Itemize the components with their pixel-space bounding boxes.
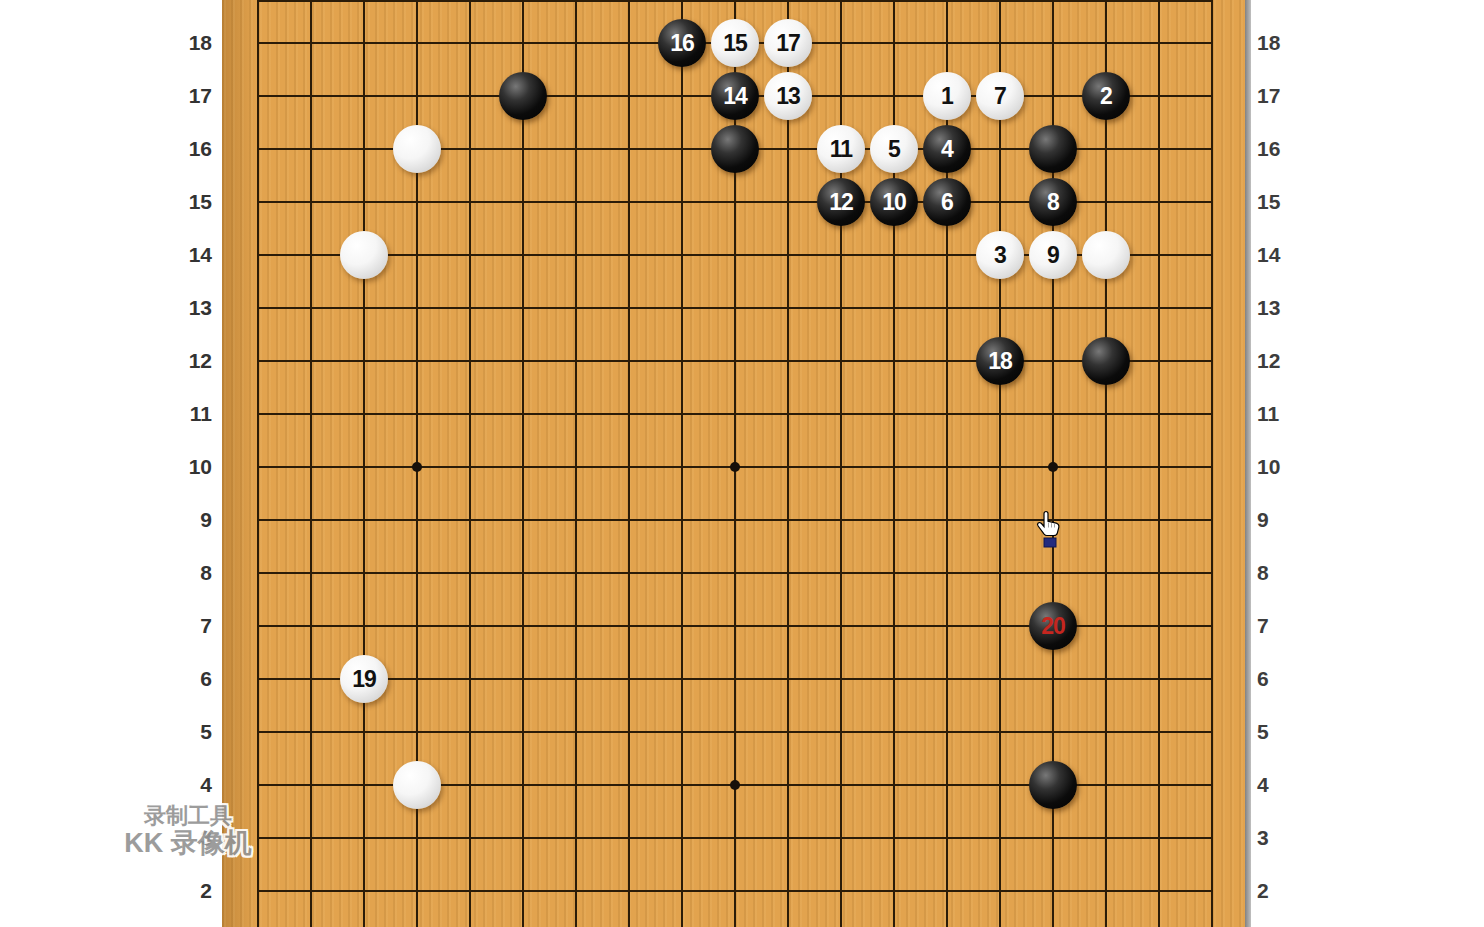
- grid-line-v-8: [628, 0, 630, 927]
- row-label-left-13: 13: [0, 295, 212, 321]
- grid-line-v-6: [522, 0, 524, 927]
- move-number: 4: [941, 136, 953, 163]
- stone-black-c17-r17-move-2[interactable]: 2: [1082, 72, 1130, 120]
- move-number: 14: [723, 83, 747, 110]
- stone-white-c14-r17-move-1[interactable]: 1: [923, 72, 971, 120]
- move-number: 1: [941, 83, 953, 110]
- stone-white-c15-r14-move-3[interactable]: 3: [976, 231, 1024, 279]
- move-number: 8: [1047, 189, 1059, 216]
- grid-line-v-1: [257, 0, 259, 927]
- grid-line-v-5: [469, 0, 471, 927]
- grid-line-v-2: [310, 0, 312, 927]
- watermark-line1: 录制工具: [108, 803, 268, 828]
- hand-cursor-icon: [1036, 509, 1063, 556]
- row-label-right-10: 10: [1257, 454, 1317, 480]
- row-label-left-17: 17: [0, 83, 212, 109]
- row-label-left-16: 16: [0, 136, 212, 162]
- stone-black-c6-r17[interactable]: [499, 72, 547, 120]
- stone-black-c16-r15-move-8[interactable]: 8: [1029, 178, 1077, 226]
- row-label-right-9: 9: [1257, 507, 1317, 533]
- go-board[interactable]: 1615171413115417212106839182019: [222, 0, 1245, 927]
- stone-black-c16-r4[interactable]: [1029, 761, 1077, 809]
- row-label-right-16: 16: [1257, 136, 1317, 162]
- move-number: 17: [776, 30, 800, 57]
- grid-line-h-8: [257, 413, 1213, 415]
- grid-line-h-13: [257, 678, 1213, 680]
- row-label-right-15: 15: [1257, 189, 1317, 215]
- grid-line-h-7: [257, 360, 1213, 362]
- grid-line-h-17: [257, 890, 1213, 892]
- row-label-left-14: 14: [0, 242, 212, 268]
- stone-white-c10-r18-move-15[interactable]: 15: [711, 19, 759, 67]
- star-point-16-10: [1048, 462, 1058, 472]
- grid-line-h-16: [257, 837, 1213, 839]
- grid-line-v-3: [363, 0, 365, 927]
- move-number: 9: [1047, 242, 1059, 269]
- move-number: 20: [1041, 613, 1065, 640]
- move-number: 10: [882, 189, 906, 216]
- stone-black-c16-r16[interactable]: [1029, 125, 1077, 173]
- stone-white-c12-r16-move-11[interactable]: 11: [817, 125, 865, 173]
- move-number: 16: [670, 30, 694, 57]
- row-label-right-3: 3: [1257, 825, 1317, 851]
- row-label-left-2: 2: [0, 878, 212, 904]
- grid-line-v-17: [1105, 0, 1107, 927]
- stone-black-c14-r16-move-4[interactable]: 4: [923, 125, 971, 173]
- stone-white-c4-r16[interactable]: [393, 125, 441, 173]
- stone-black-c17-r12[interactable]: [1082, 337, 1130, 385]
- row-label-left-10: 10: [0, 454, 212, 480]
- stone-black-c9-r18-move-16[interactable]: 16: [658, 19, 706, 67]
- grid-line-h-14: [257, 731, 1213, 733]
- row-label-right-12: 12: [1257, 348, 1317, 374]
- stone-black-c15-r12-move-18[interactable]: 18: [976, 337, 1024, 385]
- grid-line-v-18: [1158, 0, 1160, 927]
- stone-black-c10-r16[interactable]: [711, 125, 759, 173]
- row-label-left-9: 9: [0, 507, 212, 533]
- grid-line-h-10: [257, 519, 1213, 521]
- row-label-right-13: 13: [1257, 295, 1317, 321]
- grid-line-v-15: [999, 0, 1001, 927]
- grid-line-v-11: [787, 0, 789, 927]
- stone-white-c3-r14[interactable]: [340, 231, 388, 279]
- grid-line-v-9: [681, 0, 683, 927]
- row-label-left-15: 15: [0, 189, 212, 215]
- row-label-left-6: 6: [0, 666, 212, 692]
- row-label-right-14: 14: [1257, 242, 1317, 268]
- recorder-watermark: 录制工具 KK 录像机: [108, 803, 268, 859]
- stone-white-c15-r17-move-7[interactable]: 7: [976, 72, 1024, 120]
- row-label-right-17: 17: [1257, 83, 1317, 109]
- row-label-left-7: 7: [0, 613, 212, 639]
- move-number: 11: [830, 136, 852, 163]
- move-number: 3: [994, 242, 1006, 269]
- row-label-right-2: 2: [1257, 878, 1317, 904]
- move-number: 6: [941, 189, 953, 216]
- watermark-line2: KK 录像机: [108, 828, 268, 859]
- row-label-right-4: 4: [1257, 772, 1317, 798]
- go-game-screen: 1615171413115417212106839182019 18171615…: [0, 0, 1484, 927]
- move-number: 19: [352, 666, 376, 693]
- row-label-right-6: 6: [1257, 666, 1317, 692]
- row-label-right-11: 11: [1257, 401, 1317, 427]
- grid-line-v-7: [575, 0, 577, 927]
- move-number: 5: [888, 136, 900, 163]
- row-label-right-18: 18: [1257, 30, 1317, 56]
- move-number: 18: [988, 348, 1012, 375]
- move-number: 12: [829, 189, 853, 216]
- stone-white-c11-r18-move-17[interactable]: 17: [764, 19, 812, 67]
- stone-black-c16-r7-move-20[interactable]: 20: [1029, 602, 1077, 650]
- stone-white-c17-r14[interactable]: [1082, 231, 1130, 279]
- grid-line-h-0: [257, 0, 1213, 2]
- row-label-right-7: 7: [1257, 613, 1317, 639]
- stone-black-c14-r15-move-6[interactable]: 6: [923, 178, 971, 226]
- row-label-left-12: 12: [0, 348, 212, 374]
- stone-white-c11-r17-move-13[interactable]: 13: [764, 72, 812, 120]
- stone-white-c13-r16-move-5[interactable]: 5: [870, 125, 918, 173]
- move-number: 13: [776, 83, 800, 110]
- stone-black-c12-r15-move-12[interactable]: 12: [817, 178, 865, 226]
- star-point-4-10: [412, 462, 422, 472]
- star-point-10-10: [730, 462, 740, 472]
- row-label-right-8: 8: [1257, 560, 1317, 586]
- row-label-right-5: 5: [1257, 719, 1317, 745]
- row-label-left-8: 8: [0, 560, 212, 586]
- board-edge-strip: [1245, 0, 1251, 927]
- row-label-left-5: 5: [0, 719, 212, 745]
- stone-white-c4-r4[interactable]: [393, 761, 441, 809]
- stone-white-c16-r14-move-9[interactable]: 9: [1029, 231, 1077, 279]
- stone-black-c13-r15-move-10[interactable]: 10: [870, 178, 918, 226]
- stone-white-c3-r6-move-19[interactable]: 19: [340, 655, 388, 703]
- grid-line-h-6: [257, 307, 1213, 309]
- move-number: 7: [994, 83, 1006, 110]
- star-point-10-4: [730, 780, 740, 790]
- stone-black-c10-r17-move-14[interactable]: 14: [711, 72, 759, 120]
- row-label-left-11: 11: [0, 401, 212, 427]
- row-label-left-18: 18: [0, 30, 212, 56]
- move-number: 15: [723, 30, 747, 57]
- grid-line-h-11: [257, 572, 1213, 574]
- move-number: 2: [1100, 83, 1112, 110]
- grid-line-v-19: [1211, 0, 1213, 927]
- row-label-left-4: 4: [0, 772, 212, 798]
